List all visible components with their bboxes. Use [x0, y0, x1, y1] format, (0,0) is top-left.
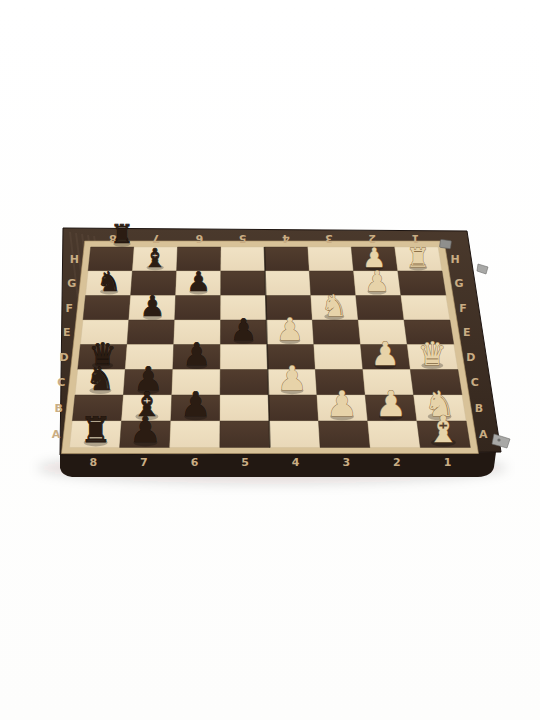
label-rank-bottom-2: 2	[393, 456, 401, 469]
label-file-left-B: B	[54, 402, 62, 415]
label-rank-bottom-6: 6	[191, 456, 199, 469]
piece-white-pawn-b3: ♟	[326, 383, 357, 424]
label-file-right-G: G	[454, 277, 463, 290]
label-rank-bottom-5: 5	[241, 456, 249, 469]
label-rank-top-4: 4	[282, 232, 290, 245]
piece-black-rook-a8: ♜	[80, 409, 112, 450]
square-a3	[319, 421, 371, 448]
label-file-right-F: F	[459, 302, 467, 315]
piece-white-pawn-e4: ♟	[276, 311, 304, 347]
label-rank-bottom-3: 3	[342, 456, 350, 469]
piece-black-pawn-e5: ♟	[230, 312, 257, 347]
square-g1	[398, 271, 446, 296]
square-a6	[170, 421, 220, 448]
chess-board: HGFEDCBAHGFEDCBA8765432187654321♜♝♟♜♞♟♟♟…	[0, 0, 540, 720]
piece-black-pawn-f7: ♟	[140, 290, 165, 323]
piece-white-bishop-a1: ♝	[427, 408, 460, 451]
square-e3	[312, 320, 360, 345]
square-a4	[269, 421, 320, 448]
label-rank-top-5: 5	[239, 232, 247, 245]
square-f2	[356, 296, 404, 321]
piece-black-knight-g8: ♞	[97, 266, 121, 297]
square-b5	[220, 395, 269, 421]
label-file-left-E: E	[63, 326, 71, 339]
square-h4	[264, 247, 309, 271]
hinge-plate-icon	[439, 239, 451, 248]
square-a5	[220, 421, 270, 448]
clasp-screw-icon	[497, 438, 500, 441]
square-a2	[368, 421, 421, 448]
piece-black-bishop-h7: ♝	[144, 243, 167, 273]
square-f6	[175, 296, 221, 321]
piece-white-pawn-d2: ♟	[371, 335, 400, 373]
piece-white-rook-h1: ♜	[406, 242, 430, 273]
piece-black-pawn-b6: ♟	[180, 385, 210, 424]
piece-black-knight-c8: ♞	[86, 360, 115, 398]
label-rank-bottom-4: 4	[292, 456, 300, 469]
square-g5	[221, 271, 266, 296]
square-e7	[127, 320, 175, 345]
label-rank-bottom-7: 7	[140, 456, 148, 469]
label-file-right-D: D	[466, 351, 475, 364]
label-file-right-C: C	[471, 376, 479, 389]
product-photo-chess-set: HGFEDCBAHGFEDCBA8765432187654321♜♝♟♜♞♟♟♟…	[0, 0, 540, 720]
label-file-left-A: A	[52, 428, 61, 441]
piece-white-pawn-c4: ♟	[277, 359, 307, 398]
label-file-right-B: B	[475, 402, 483, 415]
label-file-left-H: H	[70, 253, 79, 266]
label-rank-bottom-1: 1	[444, 456, 452, 469]
board-photo-svg: HGFEDCBAHGFEDCBA8765432187654321♜♝♟♜♞♟♟♟…	[0, 0, 540, 720]
label-file-left-G: G	[67, 277, 76, 290]
square-b4	[269, 395, 319, 421]
piece-white-knight-f3: ♞	[321, 289, 347, 323]
piece-white-pawn-g2: ♟	[364, 265, 389, 298]
frame-side-face	[60, 452, 496, 477]
piece-black-pawn-g6: ♟	[186, 266, 210, 297]
label-file-right-E: E	[463, 326, 471, 339]
square-h5	[221, 247, 265, 271]
label-file-left-D: D	[59, 351, 68, 364]
label-rank-bottom-8: 8	[89, 456, 97, 469]
square-d5	[220, 345, 267, 370]
square-g4	[265, 271, 311, 296]
square-d3	[314, 345, 363, 370]
captured-black-rook-frame-corner: ♜	[111, 219, 134, 249]
piece-black-pawn-d6: ♟	[183, 336, 211, 372]
piece-black-pawn-a7: ♟	[130, 409, 162, 450]
label-rank-top-6: 6	[195, 232, 203, 245]
label-rank-top-3: 3	[325, 232, 333, 245]
square-f1	[401, 296, 450, 321]
square-f8	[83, 296, 131, 321]
square-h3	[308, 247, 354, 271]
label-file-left-C: C	[57, 376, 65, 389]
label-file-left-F: F	[65, 302, 73, 315]
square-c5	[220, 370, 268, 396]
side-clasp-icon	[477, 264, 488, 274]
label-file-right-H: H	[450, 253, 459, 266]
piece-white-pawn-b2: ♟	[375, 383, 406, 424]
label-file-right-A: A	[479, 428, 488, 441]
piece-white-queen-d1: ♛	[418, 335, 447, 373]
